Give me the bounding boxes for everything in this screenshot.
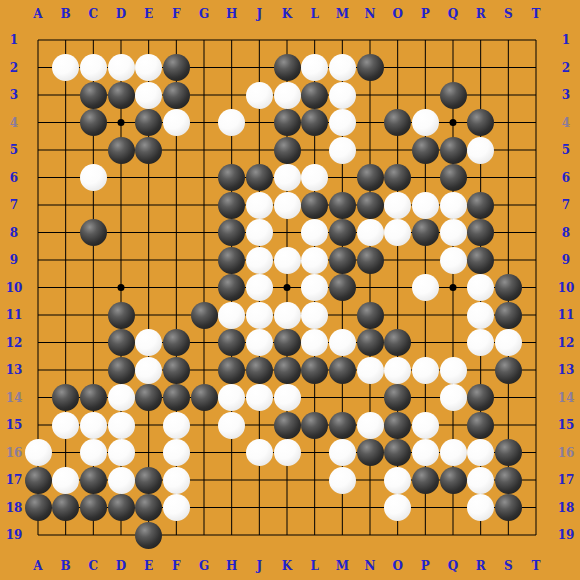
black-stone-G11 bbox=[191, 302, 218, 329]
white-stone-P10 bbox=[412, 274, 439, 301]
black-stone-D18 bbox=[108, 494, 135, 521]
black-stone-F2 bbox=[163, 54, 190, 81]
white-stone-D16 bbox=[108, 439, 135, 466]
black-stone-D12 bbox=[108, 329, 135, 356]
white-stone-F4 bbox=[163, 109, 190, 136]
black-stone-Q17 bbox=[440, 467, 467, 494]
black-stone-A18 bbox=[25, 494, 52, 521]
black-stone-H7 bbox=[218, 192, 245, 219]
black-stone-F3 bbox=[163, 82, 190, 109]
white-stone-C16 bbox=[80, 439, 107, 466]
black-stone-H12 bbox=[218, 329, 245, 356]
black-stone-J13 bbox=[246, 357, 273, 384]
black-stone-C17 bbox=[80, 467, 107, 494]
black-stone-G14 bbox=[191, 384, 218, 411]
black-stone-S16 bbox=[495, 439, 522, 466]
white-stone-Q16 bbox=[440, 439, 467, 466]
white-stone-O8 bbox=[384, 219, 411, 246]
white-stone-F16 bbox=[163, 439, 190, 466]
white-stone-M2 bbox=[329, 54, 356, 81]
black-stone-L13 bbox=[301, 357, 328, 384]
white-stone-J3 bbox=[246, 82, 273, 109]
white-stone-K9 bbox=[274, 247, 301, 274]
white-stone-L12 bbox=[301, 329, 328, 356]
black-stone-M15 bbox=[329, 412, 356, 439]
white-stone-J16 bbox=[246, 439, 273, 466]
white-stone-J9 bbox=[246, 247, 273, 274]
white-stone-R12 bbox=[467, 329, 494, 356]
black-stone-C18 bbox=[80, 494, 107, 521]
black-stone-O14 bbox=[384, 384, 411, 411]
white-stone-B15 bbox=[52, 412, 79, 439]
black-stone-E14 bbox=[135, 384, 162, 411]
white-stone-K6 bbox=[274, 164, 301, 191]
white-stone-L6 bbox=[301, 164, 328, 191]
black-stone-N6 bbox=[357, 164, 384, 191]
white-stone-Q8 bbox=[440, 219, 467, 246]
go-board[interactable]: AABBCCDDEEFFGGHHJJKKLLMMNNOOPPQQRRSSTT11… bbox=[0, 0, 580, 580]
black-stone-L3 bbox=[301, 82, 328, 109]
black-stone-B14 bbox=[52, 384, 79, 411]
black-stone-O15 bbox=[384, 412, 411, 439]
black-stone-K12 bbox=[274, 329, 301, 356]
black-stone-L4 bbox=[301, 109, 328, 136]
black-stone-L15 bbox=[301, 412, 328, 439]
black-stone-A17 bbox=[25, 467, 52, 494]
black-stone-C14 bbox=[80, 384, 107, 411]
black-stone-H6 bbox=[218, 164, 245, 191]
black-stone-S18 bbox=[495, 494, 522, 521]
white-stone-M3 bbox=[329, 82, 356, 109]
black-stone-H8 bbox=[218, 219, 245, 246]
white-stone-R5 bbox=[467, 137, 494, 164]
white-stone-M5 bbox=[329, 137, 356, 164]
white-stone-E12 bbox=[135, 329, 162, 356]
white-stone-P7 bbox=[412, 192, 439, 219]
white-stone-L9 bbox=[301, 247, 328, 274]
white-stone-R18 bbox=[467, 494, 494, 521]
white-stone-R10 bbox=[467, 274, 494, 301]
white-stone-J8 bbox=[246, 219, 273, 246]
white-stone-L8 bbox=[301, 219, 328, 246]
black-stone-N9 bbox=[357, 247, 384, 274]
white-stone-Q13 bbox=[440, 357, 467, 384]
black-stone-D11 bbox=[108, 302, 135, 329]
black-stone-N7 bbox=[357, 192, 384, 219]
black-stone-F14 bbox=[163, 384, 190, 411]
white-stone-N8 bbox=[357, 219, 384, 246]
black-stone-M8 bbox=[329, 219, 356, 246]
white-stone-H14 bbox=[218, 384, 245, 411]
white-stone-K16 bbox=[274, 439, 301, 466]
black-stone-S11 bbox=[495, 302, 522, 329]
black-stone-Q5 bbox=[440, 137, 467, 164]
white-stone-M4 bbox=[329, 109, 356, 136]
black-stone-P8 bbox=[412, 219, 439, 246]
white-stone-N13 bbox=[357, 357, 384, 384]
black-stone-Q6 bbox=[440, 164, 467, 191]
black-stone-M10 bbox=[329, 274, 356, 301]
white-stone-R16 bbox=[467, 439, 494, 466]
white-stone-O13 bbox=[384, 357, 411, 384]
black-stone-O16 bbox=[384, 439, 411, 466]
white-stone-F15 bbox=[163, 412, 190, 439]
white-stone-N15 bbox=[357, 412, 384, 439]
white-stone-K11 bbox=[274, 302, 301, 329]
white-stone-B17 bbox=[52, 467, 79, 494]
white-stone-M12 bbox=[329, 329, 356, 356]
black-stone-K5 bbox=[274, 137, 301, 164]
white-stone-R17 bbox=[467, 467, 494, 494]
black-stone-E17 bbox=[135, 467, 162, 494]
black-stone-F13 bbox=[163, 357, 190, 384]
white-stone-K14 bbox=[274, 384, 301, 411]
black-stone-M13 bbox=[329, 357, 356, 384]
black-stone-E4 bbox=[135, 109, 162, 136]
black-stone-D5 bbox=[108, 137, 135, 164]
white-stone-B2 bbox=[52, 54, 79, 81]
white-stone-H15 bbox=[218, 412, 245, 439]
black-stone-C4 bbox=[80, 109, 107, 136]
black-stone-K13 bbox=[274, 357, 301, 384]
white-stone-O18 bbox=[384, 494, 411, 521]
white-stone-L11 bbox=[301, 302, 328, 329]
white-stone-Q7 bbox=[440, 192, 467, 219]
black-stone-R8 bbox=[467, 219, 494, 246]
white-stone-E2 bbox=[135, 54, 162, 81]
white-stone-F18 bbox=[163, 494, 190, 521]
black-stone-O12 bbox=[384, 329, 411, 356]
white-stone-C15 bbox=[80, 412, 107, 439]
white-stone-M17 bbox=[329, 467, 356, 494]
black-stone-D3 bbox=[108, 82, 135, 109]
black-stone-R14 bbox=[467, 384, 494, 411]
black-stone-N2 bbox=[357, 54, 384, 81]
black-stone-K15 bbox=[274, 412, 301, 439]
black-stone-E18 bbox=[135, 494, 162, 521]
white-stone-P4 bbox=[412, 109, 439, 136]
black-stone-O6 bbox=[384, 164, 411, 191]
black-stone-L7 bbox=[301, 192, 328, 219]
white-stone-D2 bbox=[108, 54, 135, 81]
white-stone-F17 bbox=[163, 467, 190, 494]
white-stone-J7 bbox=[246, 192, 273, 219]
black-stone-K4 bbox=[274, 109, 301, 136]
black-stone-S17 bbox=[495, 467, 522, 494]
black-stone-R4 bbox=[467, 109, 494, 136]
white-stone-P15 bbox=[412, 412, 439, 439]
white-stone-M16 bbox=[329, 439, 356, 466]
white-stone-L2 bbox=[301, 54, 328, 81]
white-stone-A16 bbox=[25, 439, 52, 466]
white-stone-H4 bbox=[218, 109, 245, 136]
black-stone-S10 bbox=[495, 274, 522, 301]
black-stone-B18 bbox=[52, 494, 79, 521]
white-stone-J12 bbox=[246, 329, 273, 356]
black-stone-E19 bbox=[135, 522, 162, 549]
black-stone-M7 bbox=[329, 192, 356, 219]
black-stone-R15 bbox=[467, 412, 494, 439]
white-stone-R11 bbox=[467, 302, 494, 329]
black-stone-R9 bbox=[467, 247, 494, 274]
black-stone-F12 bbox=[163, 329, 190, 356]
white-stone-Q9 bbox=[440, 247, 467, 274]
black-stone-Q3 bbox=[440, 82, 467, 109]
black-stone-P5 bbox=[412, 137, 439, 164]
white-stone-S12 bbox=[495, 329, 522, 356]
black-stone-M9 bbox=[329, 247, 356, 274]
black-stone-H13 bbox=[218, 357, 245, 384]
black-stone-N16 bbox=[357, 439, 384, 466]
black-stone-R7 bbox=[467, 192, 494, 219]
stones-layer[interactable] bbox=[0, 0, 580, 580]
white-stone-J14 bbox=[246, 384, 273, 411]
white-stone-J10 bbox=[246, 274, 273, 301]
white-stone-K7 bbox=[274, 192, 301, 219]
black-stone-O4 bbox=[384, 109, 411, 136]
black-stone-E5 bbox=[135, 137, 162, 164]
white-stone-E13 bbox=[135, 357, 162, 384]
white-stone-Q14 bbox=[440, 384, 467, 411]
white-stone-P13 bbox=[412, 357, 439, 384]
white-stone-D15 bbox=[108, 412, 135, 439]
black-stone-D13 bbox=[108, 357, 135, 384]
white-stone-L10 bbox=[301, 274, 328, 301]
black-stone-N12 bbox=[357, 329, 384, 356]
black-stone-J6 bbox=[246, 164, 273, 191]
black-stone-P17 bbox=[412, 467, 439, 494]
black-stone-C8 bbox=[80, 219, 107, 246]
white-stone-D17 bbox=[108, 467, 135, 494]
white-stone-J11 bbox=[246, 302, 273, 329]
black-stone-N11 bbox=[357, 302, 384, 329]
white-stone-E3 bbox=[135, 82, 162, 109]
white-stone-P16 bbox=[412, 439, 439, 466]
white-stone-O17 bbox=[384, 467, 411, 494]
white-stone-C6 bbox=[80, 164, 107, 191]
black-stone-C3 bbox=[80, 82, 107, 109]
white-stone-C2 bbox=[80, 54, 107, 81]
black-stone-S13 bbox=[495, 357, 522, 384]
black-stone-K2 bbox=[274, 54, 301, 81]
white-stone-H11 bbox=[218, 302, 245, 329]
white-stone-D14 bbox=[108, 384, 135, 411]
black-stone-H9 bbox=[218, 247, 245, 274]
white-stone-O7 bbox=[384, 192, 411, 219]
black-stone-H10 bbox=[218, 274, 245, 301]
white-stone-K3 bbox=[274, 82, 301, 109]
